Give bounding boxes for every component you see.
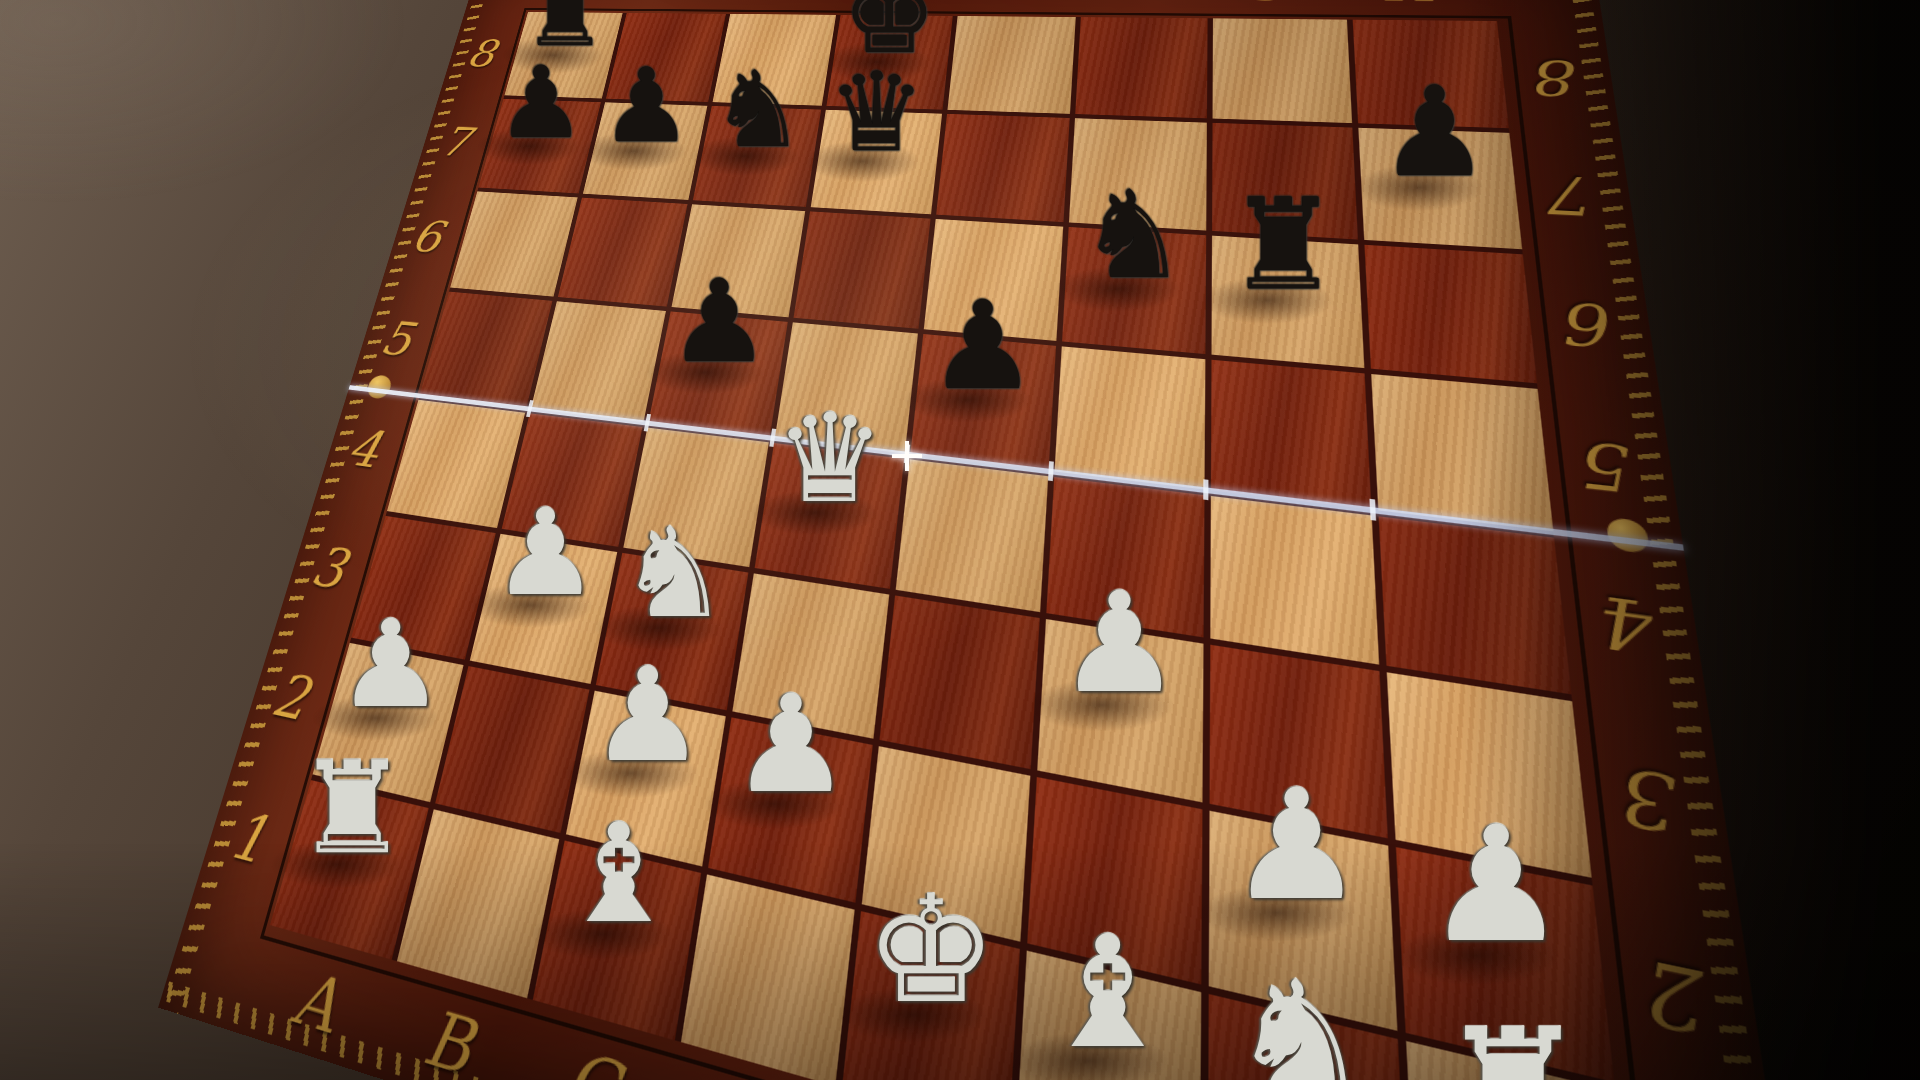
square-e8[interactable]: [947, 16, 1076, 114]
coordinate-label-5: 5: [1555, 419, 1672, 514]
white-pawn-d2[interactable]: ♟: [731, 666, 852, 823]
white-king-e1[interactable]: ♚: [865, 864, 998, 1036]
coordinate-label-4: 4: [1573, 570, 1697, 679]
square-e4[interactable]: [895, 459, 1048, 613]
white-rook-a1[interactable]: ♜: [295, 734, 409, 882]
white-pawn-f3[interactable]: ♟: [1057, 563, 1182, 725]
square-h5[interactable]: [1372, 374, 1554, 531]
white-knight-c3[interactable]: ♞: [618, 501, 729, 645]
white-pawn-b3[interactable]: ♟: [492, 483, 600, 622]
white-pawn-a2[interactable]: ♟: [337, 594, 445, 735]
coordinate-label-2: 2: [1614, 926, 1756, 1070]
square-f5[interactable]: [1055, 346, 1205, 489]
black-pawn-h7[interactable]: ♟: [1379, 61, 1490, 205]
square-e3[interactable]: [879, 596, 1040, 769]
white-queen-d4[interactable]: ♛: [775, 387, 885, 530]
black-knight-f6[interactable]: ♞: [1079, 165, 1187, 306]
square-e7[interactable]: [936, 114, 1070, 223]
white-pawn-g2[interactable]: ♟: [1228, 756, 1365, 934]
coordinate-label-H: H: [1376, 0, 1463, 12]
white-knight-g1[interactable]: ♞: [1228, 946, 1373, 1080]
chess-scene: 88AA77BB66CC55DD44EE33FF22GG11HH ♜♚♟♟♞♛♟…: [0, 0, 1920, 1080]
square-h6[interactable]: [1365, 245, 1537, 383]
black-pawn-b7[interactable]: ♟: [601, 46, 692, 165]
coordinate-label-F: F: [1106, 0, 1180, 10]
square-d1[interactable]: [681, 875, 854, 1080]
square-g5[interactable]: [1211, 360, 1372, 509]
black-knight-c7[interactable]: ♞: [711, 49, 805, 171]
coordinate-label-6: 6: [1540, 282, 1650, 365]
coordinate-label-C: C: [754, 0, 823, 7]
black-rook-g6[interactable]: ♜: [1227, 173, 1339, 318]
square-b5[interactable]: [531, 301, 667, 422]
move-cursor-icon: [892, 441, 922, 471]
square-f8[interactable]: [1075, 17, 1207, 118]
coordinate-label-B: B: [650, 0, 718, 7]
coordinate-label-7: 7: [1525, 158, 1629, 231]
coordinate-label-G: G: [1238, 0, 1316, 11]
white-bishop-c1[interactable]: ♝: [558, 794, 681, 953]
coordinate-label-8: 8: [1512, 45, 1611, 110]
midline-tick: [1203, 479, 1208, 500]
white-rook-h1[interactable]: ♜: [1437, 992, 1589, 1080]
white-bishop-f1[interactable]: ♝: [1038, 902, 1177, 1080]
black-queen-d7[interactable]: ♛: [828, 50, 926, 177]
white-pawn-h2[interactable]: ♟: [1424, 791, 1567, 978]
black-pawn-c5[interactable]: ♟: [668, 255, 770, 388]
coordinate-label-E: E: [982, 0, 1054, 9]
black-pawn-a7[interactable]: ♟: [497, 45, 586, 160]
midline-tick: [1369, 499, 1376, 521]
white-pawn-c2[interactable]: ♟: [589, 640, 706, 792]
square-g4[interactable]: [1210, 495, 1380, 665]
square-g8[interactable]: [1212, 18, 1352, 122]
coordinate-label-3: 3: [1592, 738, 1725, 863]
square-h4[interactable]: [1379, 516, 1571, 695]
square-d6[interactable]: [793, 212, 930, 329]
black-pawn-e5[interactable]: ♟: [928, 275, 1037, 417]
